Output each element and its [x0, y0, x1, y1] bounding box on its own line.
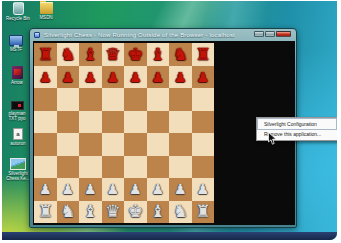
square-a7[interactable]: ♟ [34, 66, 57, 89]
square-h2[interactable]: ♟ [192, 178, 215, 201]
square-a8[interactable]: ♜ [34, 43, 57, 66]
red-bishop-piece: ♝ [150, 45, 165, 62]
square-h1[interactable]: ♜ [192, 201, 215, 224]
square-a4[interactable] [34, 133, 57, 156]
square-b1[interactable]: ♞ [57, 201, 80, 224]
white-knight-piece: ♞ [60, 203, 75, 220]
square-d7[interactable]: ♟ [102, 66, 125, 89]
white-queen-piece: ♛ [105, 203, 120, 220]
media-icon [11, 101, 24, 110]
square-h7[interactable]: ♟ [192, 66, 215, 89]
square-c6[interactable] [79, 88, 102, 111]
red-king-piece: ♚ [128, 45, 143, 62]
square-b5[interactable] [57, 111, 80, 134]
square-f8[interactable]: ♝ [147, 43, 170, 66]
recycle-bin-icon [13, 2, 24, 15]
desktop-icon-msdn[interactable]: MSDN [33, 2, 59, 20]
mouse-cursor-icon [268, 131, 277, 149]
square-h5[interactable] [192, 111, 215, 134]
square-h3[interactable] [192, 156, 215, 179]
square-f5[interactable] [147, 111, 170, 134]
square-b7[interactable]: ♟ [57, 66, 80, 89]
picture-icon [10, 158, 26, 170]
square-c4[interactable] [79, 133, 102, 156]
window-icon [34, 32, 40, 38]
square-d8[interactable]: ♛ [102, 43, 125, 66]
square-a5[interactable] [34, 111, 57, 134]
square-d6[interactable] [102, 88, 125, 111]
red-rook-piece: ♜ [195, 45, 210, 62]
white-pawn-piece: ♟ [151, 182, 164, 196]
square-g4[interactable] [169, 133, 192, 156]
red-pawn-piece: ♟ [39, 69, 52, 83]
square-d3[interactable] [102, 156, 125, 179]
square-g2[interactable]: ♟ [169, 178, 192, 201]
white-pawn-piece: ♟ [196, 182, 209, 196]
app-icon [12, 66, 23, 79]
icon-label: MSDN [33, 15, 59, 20]
vista-desktop: Recycle Bin MSDN MSTF Arrow playman TXT … [2, 1, 337, 240]
square-a2[interactable]: ♟ [34, 178, 57, 201]
square-d2[interactable]: ♟ [102, 178, 125, 201]
desktop-icon-autorun[interactable]: a autorun [5, 128, 31, 146]
square-e8[interactable]: ♚ [124, 43, 147, 66]
square-b2[interactable]: ♟ [57, 178, 80, 201]
red-rook-piece: ♜ [38, 45, 53, 62]
square-b4[interactable] [57, 133, 80, 156]
folder-icon [40, 2, 53, 14]
square-g7[interactable]: ♟ [169, 66, 192, 89]
square-f3[interactable] [147, 156, 170, 179]
square-h8[interactable]: ♜ [192, 43, 215, 66]
white-bishop-piece: ♝ [150, 203, 165, 220]
white-pawn-piece: ♟ [61, 182, 74, 196]
white-bishop-piece: ♝ [83, 203, 98, 220]
square-g5[interactable] [169, 111, 192, 134]
square-c2[interactable]: ♟ [79, 178, 102, 201]
square-e4[interactable] [124, 133, 147, 156]
white-rook-piece: ♜ [195, 203, 210, 220]
red-pawn-piece: ♟ [196, 69, 209, 83]
red-queen-piece: ♛ [105, 45, 120, 62]
computer-icon [9, 35, 23, 46]
icon-label: autorun [5, 141, 31, 146]
white-pawn-piece: ♟ [174, 182, 187, 196]
square-c7[interactable]: ♟ [79, 66, 102, 89]
square-a6[interactable] [34, 88, 57, 111]
square-a1[interactable]: ♜ [34, 201, 57, 224]
square-e6[interactable] [124, 88, 147, 111]
white-pawn-piece: ♟ [129, 182, 142, 196]
red-pawn-piece: ♟ [61, 69, 74, 83]
square-e3[interactable] [124, 156, 147, 179]
white-rook-piece: ♜ [38, 203, 53, 220]
square-f6[interactable] [147, 88, 170, 111]
white-pawn-piece: ♟ [39, 182, 52, 196]
desktop-icon-playman[interactable]: playman TXT pyo [3, 101, 31, 121]
square-g6[interactable] [169, 88, 192, 111]
white-king-piece: ♚ [128, 203, 143, 220]
document-a-icon: a [13, 128, 23, 140]
square-b8[interactable]: ♞ [57, 43, 80, 66]
maximize-button[interactable] [265, 31, 275, 37]
white-knight-piece: ♞ [173, 203, 188, 220]
menu-item-silverlight-configuration[interactable]: Silverlight Configuration [258, 119, 336, 129]
square-c5[interactable] [79, 111, 102, 134]
square-f4[interactable] [147, 133, 170, 156]
red-bishop-piece: ♝ [83, 45, 98, 62]
red-pawn-piece: ♟ [151, 69, 164, 83]
square-f7[interactable]: ♟ [147, 66, 170, 89]
icon-label: MSTF [3, 47, 29, 52]
window-title: Silverlight Chess - Now Running Outside … [44, 32, 235, 38]
square-g3[interactable] [169, 156, 192, 179]
white-pawn-piece: ♟ [106, 182, 119, 196]
desktop-icon-recycle-bin[interactable]: Recycle Bin [4, 2, 32, 21]
icon-label: Arrow [5, 80, 29, 85]
red-knight-piece: ♞ [173, 45, 188, 62]
minimize-button[interactable] [254, 31, 264, 37]
square-g8[interactable]: ♞ [169, 43, 192, 66]
desktop-icon-arrow[interactable]: Arrow [5, 66, 29, 85]
square-c1[interactable]: ♝ [79, 201, 102, 224]
window-controls [254, 31, 291, 37]
square-c8[interactable]: ♝ [79, 43, 102, 66]
square-h4[interactable] [192, 133, 215, 156]
red-pawn-piece: ♟ [106, 69, 119, 83]
square-e7[interactable]: ♟ [124, 66, 147, 89]
square-e2[interactable]: ♟ [124, 178, 147, 201]
close-button[interactable] [276, 31, 291, 37]
icon-label: playman TXT pyo [3, 111, 31, 121]
icon-label: Recycle Bin [4, 16, 32, 21]
square-h6[interactable] [192, 88, 215, 111]
red-pawn-piece: ♟ [129, 69, 142, 83]
red-pawn-piece: ♟ [84, 69, 97, 83]
square-b6[interactable] [57, 88, 80, 111]
square-d5[interactable] [102, 111, 125, 134]
square-b3[interactable] [57, 156, 80, 179]
square-d1[interactable]: ♛ [102, 201, 125, 224]
screenshot-frame: Recycle Bin MSDN MSTF Arrow playman TXT … [0, 0, 341, 243]
red-pawn-piece: ♟ [174, 69, 187, 83]
red-knight-piece: ♞ [60, 45, 75, 62]
square-f1[interactable]: ♝ [147, 201, 170, 224]
desktop-icon-mstf[interactable]: MSTF [3, 35, 29, 52]
square-e1[interactable]: ♚ [124, 201, 147, 224]
square-g1[interactable]: ♞ [169, 201, 192, 224]
square-a3[interactable] [34, 156, 57, 179]
square-e5[interactable] [124, 111, 147, 134]
white-pawn-piece: ♟ [84, 182, 97, 196]
square-d4[interactable] [102, 133, 125, 156]
chess-board: ♜♞♝♛♚♝♞♜♟♟♟♟♟♟♟♟♟♟♟♟♟♟♟♟♜♞♝♛♚♝♞♜ [34, 43, 214, 223]
square-f2[interactable]: ♟ [147, 178, 170, 201]
square-c3[interactable] [79, 156, 102, 179]
taskbar-edge[interactable] [2, 232, 337, 240]
